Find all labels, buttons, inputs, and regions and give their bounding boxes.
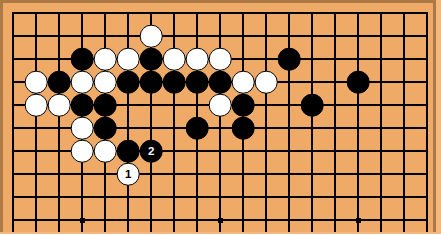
star-point [218,218,223,223]
intersection[interactable] [117,117,140,140]
intersection[interactable] [71,25,94,48]
intersection[interactable] [370,117,393,140]
intersection[interactable] [370,163,393,186]
intersection[interactable] [393,117,416,140]
intersection[interactable] [117,94,140,117]
intersection[interactable] [255,48,278,71]
intersection[interactable] [393,71,416,94]
intersection[interactable] [71,48,94,71]
black-stone[interactable] [186,117,209,140]
intersection[interactable] [255,140,278,163]
intersection[interactable] [347,2,370,25]
intersection[interactable] [117,48,140,71]
black-stone[interactable] [232,94,255,117]
intersection[interactable] [140,94,163,117]
intersection[interactable] [347,48,370,71]
intersection[interactable] [71,209,94,232]
intersection[interactable] [255,186,278,209]
intersection[interactable] [71,117,94,140]
intersection[interactable] [140,117,163,140]
intersection[interactable] [2,48,25,71]
intersection[interactable] [48,2,71,25]
intersection[interactable] [2,140,25,163]
intersection[interactable] [347,117,370,140]
intersection[interactable] [48,117,71,140]
intersection[interactable] [278,2,301,25]
intersection[interactable] [94,48,117,71]
intersection[interactable] [25,209,48,232]
intersection[interactable] [232,163,255,186]
intersection[interactable] [209,163,232,186]
white-stone[interactable] [117,48,140,71]
intersection[interactable] [94,25,117,48]
white-stone-move-1[interactable]: 1 [117,163,140,186]
intersection[interactable] [301,2,324,25]
intersection[interactable] [25,117,48,140]
black-stone[interactable] [94,94,117,117]
intersection[interactable] [48,71,71,94]
white-stone[interactable] [255,71,278,94]
board-frame-top [0,0,441,3]
black-stone[interactable] [117,71,140,94]
white-stone[interactable] [209,48,232,71]
intersection[interactable] [393,163,416,186]
intersection[interactable] [209,2,232,25]
intersection[interactable] [370,186,393,209]
intersection[interactable] [94,71,117,94]
intersection[interactable] [301,140,324,163]
intersection[interactable] [209,140,232,163]
intersection[interactable] [324,2,347,25]
white-stone[interactable] [48,94,71,117]
intersection[interactable] [232,94,255,117]
intersection[interactable] [209,48,232,71]
intersection[interactable] [2,25,25,48]
intersection[interactable] [209,94,232,117]
intersection[interactable] [301,209,324,232]
intersection[interactable] [25,25,48,48]
board-frame-left [0,0,3,234]
intersection[interactable] [140,25,163,48]
intersection[interactable] [186,140,209,163]
intersection[interactable] [186,209,209,232]
black-stone[interactable] [94,117,117,140]
intersection[interactable] [278,48,301,71]
intersection[interactable] [232,71,255,94]
white-stone[interactable] [25,71,48,94]
intersection[interactable] [278,94,301,117]
intersection[interactable] [25,48,48,71]
intersection[interactable] [255,163,278,186]
intersection[interactable] [347,71,370,94]
intersection[interactable] [94,209,117,232]
intersection[interactable] [324,163,347,186]
intersection[interactable] [278,71,301,94]
white-stone[interactable] [94,48,117,71]
intersection[interactable] [324,71,347,94]
intersection[interactable] [370,25,393,48]
black-stone[interactable] [209,71,232,94]
intersection[interactable] [2,71,25,94]
intersection[interactable] [232,209,255,232]
intersection[interactable] [255,94,278,117]
white-stone[interactable] [232,71,255,94]
intersection[interactable] [71,71,94,94]
intersection[interactable] [324,48,347,71]
intersection[interactable] [163,2,186,25]
black-stone[interactable] [163,71,186,94]
intersection[interactable] [301,186,324,209]
intersection[interactable] [232,25,255,48]
intersection[interactable] [347,25,370,48]
intersection[interactable] [163,209,186,232]
intersection[interactable] [94,2,117,25]
intersection[interactable] [278,25,301,48]
intersection[interactable] [140,186,163,209]
intersection[interactable] [71,2,94,25]
intersection[interactable] [163,163,186,186]
board-crop-bottom-edge [0,232,441,235]
intersection[interactable] [324,209,347,232]
intersection[interactable] [25,94,48,117]
intersection[interactable] [347,94,370,117]
intersection[interactable] [255,117,278,140]
intersection[interactable] [278,186,301,209]
intersection[interactable] [324,186,347,209]
intersection[interactable] [117,2,140,25]
intersection[interactable] [25,2,48,25]
intersection[interactable] [117,71,140,94]
white-stone[interactable] [71,71,94,94]
intersection[interactable] [278,140,301,163]
intersection[interactable] [25,71,48,94]
intersection[interactable] [71,186,94,209]
intersection[interactable]: 2 [140,140,163,163]
intersection[interactable] [393,2,416,25]
intersection[interactable] [140,71,163,94]
intersection[interactable] [163,117,186,140]
intersection[interactable] [301,94,324,117]
intersection[interactable] [255,71,278,94]
intersection[interactable] [324,25,347,48]
black-stone-move-2[interactable]: 2 [140,140,163,163]
intersection[interactable] [2,94,25,117]
intersection[interactable] [94,163,117,186]
intersection[interactable] [140,48,163,71]
intersection[interactable] [48,25,71,48]
intersection[interactable] [232,186,255,209]
intersection[interactable]: 1 [117,163,140,186]
intersection[interactable] [301,163,324,186]
intersection[interactable] [117,140,140,163]
intersection[interactable] [186,186,209,209]
intersection[interactable] [186,117,209,140]
intersection[interactable] [370,94,393,117]
intersection[interactable] [140,2,163,25]
black-stone[interactable] [347,71,370,94]
intersection[interactable] [25,140,48,163]
intersection[interactable] [117,186,140,209]
intersection[interactable] [209,186,232,209]
intersection[interactable] [71,163,94,186]
black-stone[interactable] [232,117,255,140]
intersection[interactable] [186,2,209,25]
black-stone[interactable] [278,48,301,71]
intersection[interactable] [163,71,186,94]
intersection[interactable] [370,48,393,71]
intersection[interactable] [186,71,209,94]
intersection[interactable] [71,94,94,117]
intersection[interactable] [94,186,117,209]
intersection[interactable] [48,140,71,163]
intersection[interactable] [117,209,140,232]
intersection[interactable] [48,209,71,232]
intersection[interactable] [186,48,209,71]
intersection[interactable] [393,48,416,71]
intersection[interactable] [370,140,393,163]
intersection[interactable] [209,25,232,48]
black-stone[interactable] [140,48,163,71]
intersection[interactable] [163,94,186,117]
intersection[interactable] [163,25,186,48]
intersection[interactable] [48,94,71,117]
intersection[interactable] [347,186,370,209]
intersection[interactable] [232,48,255,71]
intersection[interactable] [393,209,416,232]
intersection[interactable] [163,186,186,209]
black-stone[interactable] [71,48,94,71]
board-frame-right-edge [436,0,441,234]
intersection[interactable] [186,25,209,48]
intersection[interactable] [301,117,324,140]
intersection[interactable] [301,71,324,94]
intersection[interactable] [393,25,416,48]
intersection[interactable] [232,2,255,25]
intersection[interactable] [370,2,393,25]
intersection[interactable] [186,94,209,117]
white-stone[interactable] [94,140,117,163]
intersection[interactable] [370,71,393,94]
intersection[interactable] [209,117,232,140]
intersection[interactable] [25,163,48,186]
intersection[interactable] [140,209,163,232]
intersection[interactable] [370,209,393,232]
black-stone[interactable] [140,71,163,94]
intersection[interactable] [2,209,25,232]
white-stone[interactable] [163,48,186,71]
intersection[interactable] [163,48,186,71]
intersection[interactable] [2,2,25,25]
intersection[interactable] [140,163,163,186]
intersection[interactable] [255,25,278,48]
intersection[interactable] [94,117,117,140]
intersection[interactable] [117,25,140,48]
white-stone[interactable] [186,48,209,71]
intersection[interactable] [25,186,48,209]
intersection[interactable] [393,140,416,163]
intersection[interactable] [2,117,25,140]
intersection[interactable] [94,140,117,163]
white-stone[interactable] [71,117,94,140]
white-stone[interactable] [140,25,163,48]
intersection[interactable] [255,2,278,25]
intersection[interactable] [347,209,370,232]
intersection[interactable] [278,209,301,232]
intersection[interactable] [255,209,278,232]
intersection[interactable] [163,140,186,163]
star-point [356,218,361,223]
black-stone[interactable] [186,71,209,94]
intersection[interactable] [324,117,347,140]
intersection[interactable] [393,94,416,117]
intersection[interactable] [324,94,347,117]
intersection[interactable] [278,163,301,186]
intersection[interactable] [301,48,324,71]
white-stone[interactable] [209,94,232,117]
black-stone[interactable] [117,140,140,163]
white-stone[interactable] [25,94,48,117]
intersection[interactable] [278,117,301,140]
intersection[interactable] [2,163,25,186]
intersection[interactable] [186,163,209,186]
white-stone[interactable] [71,140,94,163]
black-stone[interactable] [301,94,324,117]
intersection[interactable] [48,163,71,186]
intersection[interactable] [48,186,71,209]
go-board: 21 [0,0,441,234]
intersection[interactable] [393,186,416,209]
black-stone[interactable] [48,71,71,94]
intersection[interactable] [232,117,255,140]
intersection[interactable] [347,140,370,163]
intersection[interactable] [347,163,370,186]
board-grid: 21 [2,2,439,232]
intersection[interactable] [71,140,94,163]
intersection[interactable] [209,71,232,94]
intersection[interactable] [94,94,117,117]
intersection[interactable] [301,25,324,48]
intersection[interactable] [232,140,255,163]
black-stone[interactable] [71,94,94,117]
star-point [80,218,85,223]
intersection[interactable] [48,48,71,71]
white-stone[interactable] [94,71,117,94]
intersection[interactable] [209,209,232,232]
intersection[interactable] [2,186,25,209]
intersection[interactable] [324,140,347,163]
